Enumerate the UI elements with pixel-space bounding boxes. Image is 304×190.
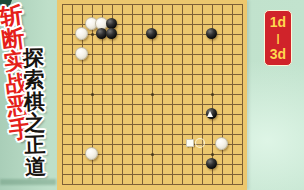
black-stone[interactable] [206, 158, 217, 169]
rank-badge-top: 1d [270, 15, 286, 29]
white-stone[interactable] [75, 27, 88, 40]
title-dark: 探索棋之正道 [23, 47, 44, 178]
hoshi-point [211, 93, 214, 96]
black-stone[interactable] [146, 28, 157, 39]
title-red: 斩断实战恶手 [0, 5, 23, 140]
hoshi-point [91, 33, 94, 36]
ghost-circle-marker [195, 138, 205, 148]
last-move-triangle-marker [207, 111, 213, 117]
white-stone[interactable] [85, 147, 98, 160]
title-char: 探 [23, 47, 45, 70]
go-board[interactable] [57, 0, 247, 190]
title-char: 索 [23, 68, 45, 91]
white-stone[interactable] [75, 47, 88, 60]
title-char: 正 [24, 134, 46, 157]
bottom-left-shade [0, 179, 56, 185]
hoshi-point [211, 153, 214, 156]
square-marker [186, 139, 194, 147]
hoshi-point [151, 153, 154, 156]
title-char: 道 [25, 156, 47, 179]
hoshi-point [151, 93, 154, 96]
black-stone[interactable] [206, 108, 217, 119]
rank-badge: 1d | 3d [264, 10, 292, 66]
rank-badge-divider: | [276, 34, 279, 43]
hoshi-point [91, 93, 94, 96]
black-stone[interactable] [206, 28, 217, 39]
black-stone[interactable] [106, 28, 117, 39]
title-char: 之 [24, 112, 46, 135]
title-char: 棋 [23, 90, 45, 113]
rank-badge-bottom: 3d [270, 47, 286, 61]
white-stone[interactable] [215, 137, 228, 150]
go-lecture-thumbnail: 斩断实战恶手 探索棋之正道 1d | 3d [0, 0, 304, 190]
board-grid [57, 0, 247, 189]
